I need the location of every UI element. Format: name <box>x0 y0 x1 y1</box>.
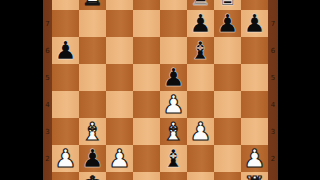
rank-labels-right: 765432 <box>268 10 278 172</box>
square-c4[interactable] <box>106 91 133 118</box>
square-e2[interactable]: ♝ <box>160 145 187 172</box>
square-b5[interactable] <box>79 64 106 91</box>
square-d6[interactable] <box>133 37 160 64</box>
piece-white-rook-h1[interactable]: ♜ <box>241 172 268 180</box>
square-f7[interactable]: ♟ <box>187 10 214 37</box>
square-h4[interactable] <box>241 91 268 118</box>
chess-video-frame: 765432 765432 ♜♜♚♟♟♟♟♝♟♟♝♝♟♟♟♟♝♟♚♜ <box>0 0 320 180</box>
square-b3[interactable]: ♝ <box>79 118 106 145</box>
square-e7[interactable] <box>160 10 187 37</box>
piece-black-pawn-a6[interactable]: ♟ <box>52 37 79 64</box>
square-c2[interactable]: ♟ <box>106 145 133 172</box>
rank-label-4: 4 <box>43 91 52 118</box>
square-g5[interactable] <box>214 64 241 91</box>
chess-board: ♜♜♚♟♟♟♟♝♟♟♝♝♟♟♟♟♝♟♚♜ <box>52 0 268 180</box>
square-b2[interactable]: ♟ <box>79 145 106 172</box>
rank-label-7: 7 <box>268 10 278 37</box>
square-c5[interactable] <box>106 64 133 91</box>
square-e3[interactable]: ♝ <box>160 118 187 145</box>
square-c1[interactable] <box>106 172 133 180</box>
square-f2[interactable] <box>187 145 214 172</box>
square-d5[interactable] <box>133 64 160 91</box>
piece-black-pawn-e5[interactable]: ♟ <box>160 64 187 91</box>
square-a8[interactable] <box>52 0 79 10</box>
rank-label-6: 6 <box>268 37 278 64</box>
piece-white-king-b1[interactable]: ♚ <box>79 172 106 180</box>
square-a7[interactable] <box>52 10 79 37</box>
square-c3[interactable] <box>106 118 133 145</box>
square-c6[interactable] <box>106 37 133 64</box>
square-b6[interactable] <box>79 37 106 64</box>
square-h1[interactable]: ♜ <box>241 172 268 180</box>
square-c7[interactable] <box>106 10 133 37</box>
rank-label-2: 2 <box>43 145 52 172</box>
piece-black-bishop-f6[interactable]: ♝ <box>187 37 214 64</box>
square-a2[interactable]: ♟ <box>52 145 79 172</box>
square-d2[interactable] <box>133 145 160 172</box>
square-h6[interactable] <box>241 37 268 64</box>
square-f4[interactable] <box>187 91 214 118</box>
square-b7[interactable] <box>79 10 106 37</box>
square-a5[interactable] <box>52 64 79 91</box>
piece-white-pawn-c2[interactable]: ♟ <box>106 145 133 172</box>
square-f5[interactable] <box>187 64 214 91</box>
square-g7[interactable]: ♟ <box>214 10 241 37</box>
square-g3[interactable] <box>214 118 241 145</box>
piece-black-pawn-g7[interactable]: ♟ <box>214 10 241 37</box>
square-e1[interactable] <box>160 172 187 180</box>
square-a4[interactable] <box>52 91 79 118</box>
square-b4[interactable] <box>79 91 106 118</box>
square-f3[interactable]: ♟ <box>187 118 214 145</box>
piece-white-pawn-h2[interactable]: ♟ <box>241 145 268 172</box>
square-g4[interactable] <box>214 91 241 118</box>
square-d8[interactable] <box>133 0 160 10</box>
rank-labels-left: 765432 <box>43 10 52 172</box>
rank-label-6: 6 <box>43 37 52 64</box>
square-h7[interactable]: ♟ <box>241 10 268 37</box>
rank-label-7: 7 <box>43 10 52 37</box>
square-f1[interactable] <box>187 172 214 180</box>
rank-label-3: 3 <box>43 118 52 145</box>
piece-white-rook-b8[interactable]: ♜ <box>79 0 106 10</box>
square-d1[interactable] <box>133 172 160 180</box>
piece-black-pawn-b2[interactable]: ♟ <box>79 145 106 172</box>
rank-label-5: 5 <box>43 64 52 91</box>
square-d7[interactable] <box>133 10 160 37</box>
rank-label-2: 2 <box>268 145 278 172</box>
square-e8[interactable] <box>160 0 187 10</box>
piece-black-pawn-f7[interactable]: ♟ <box>187 10 214 37</box>
rank-label-4: 4 <box>268 91 278 118</box>
square-a1[interactable] <box>52 172 79 180</box>
square-e4[interactable]: ♟ <box>160 91 187 118</box>
square-d3[interactable] <box>133 118 160 145</box>
piece-white-bishop-b3[interactable]: ♝ <box>79 118 106 145</box>
piece-white-pawn-f3[interactable]: ♟ <box>187 118 214 145</box>
square-b1[interactable]: ♚ <box>79 172 106 180</box>
square-a3[interactable] <box>52 118 79 145</box>
square-c8[interactable] <box>106 0 133 10</box>
square-g2[interactable] <box>214 145 241 172</box>
square-a6[interactable]: ♟ <box>52 37 79 64</box>
piece-black-pawn-h7[interactable]: ♟ <box>241 10 268 37</box>
square-d4[interactable] <box>133 91 160 118</box>
rank-label-5: 5 <box>268 64 278 91</box>
square-g6[interactable] <box>214 37 241 64</box>
square-g1[interactable] <box>214 172 241 180</box>
square-h3[interactable] <box>241 118 268 145</box>
square-h5[interactable] <box>241 64 268 91</box>
square-e6[interactable] <box>160 37 187 64</box>
piece-white-bishop-e3[interactable]: ♝ <box>160 118 187 145</box>
square-e5[interactable]: ♟ <box>160 64 187 91</box>
square-h2[interactable]: ♟ <box>241 145 268 172</box>
square-f6[interactable]: ♝ <box>187 37 214 64</box>
piece-white-pawn-a2[interactable]: ♟ <box>52 145 79 172</box>
square-b8[interactable]: ♜ <box>79 0 106 10</box>
piece-white-pawn-e4[interactable]: ♟ <box>160 91 187 118</box>
piece-black-bishop-e2[interactable]: ♝ <box>160 145 187 172</box>
rank-label-3: 3 <box>268 118 278 145</box>
